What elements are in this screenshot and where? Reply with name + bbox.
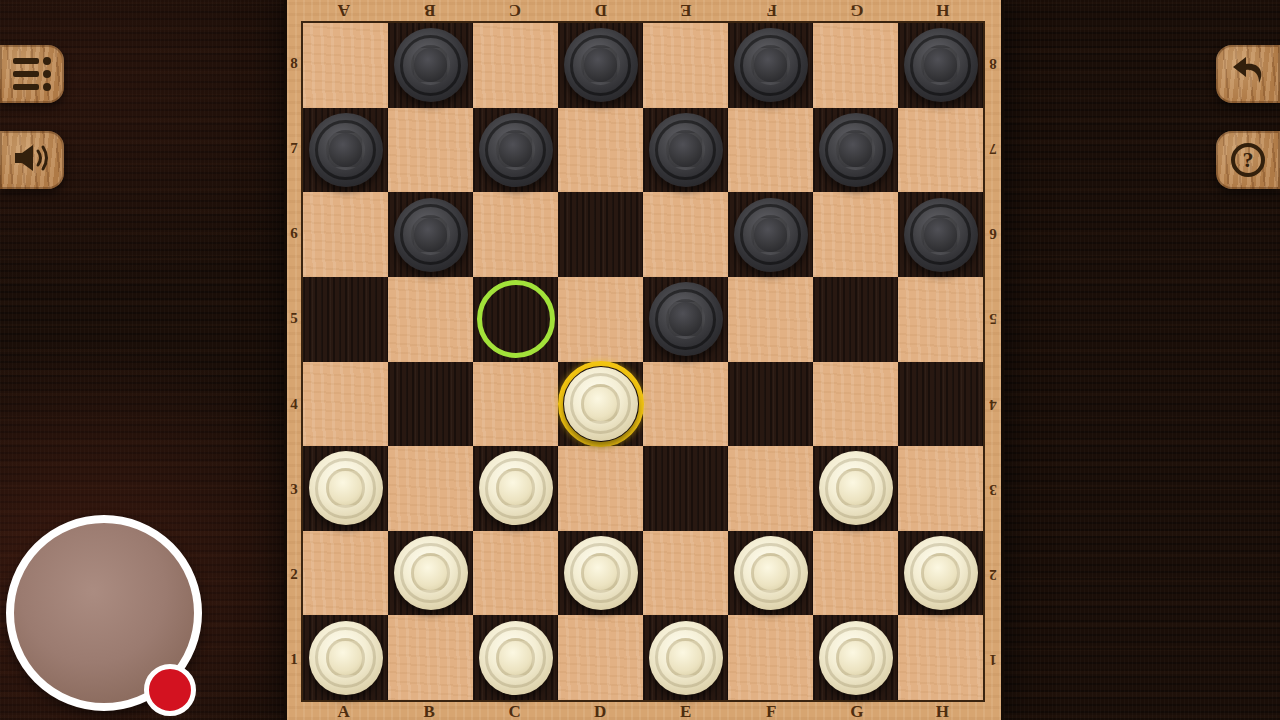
white-checker[interactable] [309, 621, 383, 695]
square-g1[interactable] [813, 615, 898, 700]
white-checker[interactable] [564, 367, 638, 441]
square-g3[interactable] [813, 446, 898, 531]
square-f1[interactable] [728, 615, 813, 700]
square-g5[interactable] [813, 277, 898, 362]
square-e8[interactable] [643, 23, 728, 108]
square-a2[interactable] [303, 531, 388, 616]
square-f4[interactable] [728, 362, 813, 447]
square-b3[interactable] [388, 446, 473, 531]
black-checker[interactable] [734, 198, 808, 272]
coordinate-label: H [900, 703, 986, 720]
coordinate-label: 8 [985, 21, 1001, 106]
square-g4[interactable] [813, 362, 898, 447]
square-c2[interactable] [473, 531, 558, 616]
black-checker[interactable] [394, 28, 468, 102]
square-a5[interactable] [303, 277, 388, 362]
square-f8[interactable] [728, 23, 813, 108]
help-button[interactable]: ? [1216, 131, 1280, 189]
square-a4[interactable] [303, 362, 388, 447]
sound-button[interactable] [0, 131, 64, 189]
white-checker[interactable] [734, 536, 808, 610]
black-checker[interactable] [649, 282, 723, 356]
file-labels-bottom: ABCDEFGH [301, 703, 985, 720]
square-h5[interactable] [898, 277, 983, 362]
coordinate-label: E [643, 703, 729, 720]
coordinate-label: G [814, 0, 900, 21]
coordinate-label: C [472, 0, 558, 21]
square-g7[interactable] [813, 108, 898, 193]
coordinate-label: 4 [985, 362, 1001, 447]
white-checker[interactable] [309, 451, 383, 525]
square-h7[interactable] [898, 108, 983, 193]
coordinate-label: B [387, 703, 473, 720]
undo-button[interactable] [1216, 45, 1280, 103]
black-checker[interactable] [479, 113, 553, 187]
square-c5[interactable] [473, 277, 558, 362]
square-b4[interactable] [388, 362, 473, 447]
move-target-circle[interactable] [477, 280, 555, 358]
coordinate-label: 5 [287, 276, 301, 361]
square-e6[interactable] [643, 192, 728, 277]
white-checker[interactable] [819, 621, 893, 695]
checkers-board: ABCDEFGH 87654321 87654321 ABCDEFGH [284, 0, 1004, 720]
coordinate-label: 1 [287, 617, 301, 702]
file-labels-top: ABCDEFGH [301, 0, 985, 21]
coordinate-label: G [814, 703, 900, 720]
white-checker[interactable] [479, 451, 553, 525]
square-c6[interactable] [473, 192, 558, 277]
white-checker[interactable] [819, 451, 893, 525]
black-checker[interactable] [564, 28, 638, 102]
black-checker[interactable] [904, 198, 978, 272]
square-a7[interactable] [303, 108, 388, 193]
coordinate-label: 2 [287, 532, 301, 617]
menu-list-icon [13, 57, 51, 91]
square-d8[interactable] [558, 23, 643, 108]
coordinate-label: 4 [287, 362, 301, 447]
black-checker[interactable] [819, 113, 893, 187]
coordinate-label: 6 [287, 191, 301, 276]
square-g2[interactable] [813, 531, 898, 616]
square-a8[interactable] [303, 23, 388, 108]
coordinate-label: D [558, 0, 644, 21]
menu-button[interactable] [0, 45, 64, 103]
square-c4[interactable] [473, 362, 558, 447]
coordinate-label: E [643, 0, 729, 21]
coordinate-label: 5 [985, 276, 1001, 361]
square-b1[interactable] [388, 615, 473, 700]
square-b5[interactable] [388, 277, 473, 362]
black-checker[interactable] [649, 113, 723, 187]
rank-labels-right: 87654321 [985, 21, 1001, 702]
square-h1[interactable] [898, 615, 983, 700]
black-checker[interactable] [394, 198, 468, 272]
square-d1[interactable] [558, 615, 643, 700]
square-f7[interactable] [728, 108, 813, 193]
coordinate-label: B [387, 0, 473, 21]
coordinate-label: 3 [985, 447, 1001, 532]
white-checker[interactable] [904, 536, 978, 610]
white-checker[interactable] [649, 621, 723, 695]
square-a1[interactable] [303, 615, 388, 700]
square-a6[interactable] [303, 192, 388, 277]
square-d3[interactable] [558, 446, 643, 531]
square-d2[interactable] [558, 531, 643, 616]
square-e3[interactable] [643, 446, 728, 531]
coordinate-label: 2 [985, 532, 1001, 617]
square-c8[interactable] [473, 23, 558, 108]
undo-arrow-icon [1229, 55, 1267, 93]
coordinate-label: C [472, 703, 558, 720]
square-a3[interactable] [303, 446, 388, 531]
square-b6[interactable] [388, 192, 473, 277]
square-f5[interactable] [728, 277, 813, 362]
coordinate-label: F [729, 0, 815, 21]
square-h4[interactable] [898, 362, 983, 447]
square-b2[interactable] [388, 531, 473, 616]
black-checker[interactable] [734, 28, 808, 102]
white-checker[interactable] [479, 621, 553, 695]
square-g8[interactable] [813, 23, 898, 108]
black-checker[interactable] [309, 113, 383, 187]
coordinate-label: A [301, 0, 387, 21]
coordinate-label: 1 [985, 617, 1001, 702]
coordinate-label: 7 [287, 106, 301, 191]
speaker-icon [12, 142, 52, 178]
square-b8[interactable] [388, 23, 473, 108]
player-status-dot [144, 664, 196, 716]
square-f3[interactable] [728, 446, 813, 531]
square-h6[interactable] [898, 192, 983, 277]
rank-labels-left: 87654321 [287, 21, 301, 702]
board-grid [301, 21, 985, 702]
coordinate-label: H [900, 0, 986, 21]
coordinate-label: F [729, 703, 815, 720]
square-e5[interactable] [643, 277, 728, 362]
white-checker[interactable] [394, 536, 468, 610]
square-e1[interactable] [643, 615, 728, 700]
coordinate-label: A [301, 703, 387, 720]
square-c3[interactable] [473, 446, 558, 531]
white-checker[interactable] [564, 536, 638, 610]
coordinate-label: 7 [985, 106, 1001, 191]
black-checker[interactable] [904, 28, 978, 102]
square-e4[interactable] [643, 362, 728, 447]
coordinate-label: 3 [287, 447, 301, 532]
square-f6[interactable] [728, 192, 813, 277]
square-h3[interactable] [898, 446, 983, 531]
square-c7[interactable] [473, 108, 558, 193]
square-e7[interactable] [643, 108, 728, 193]
square-e2[interactable] [643, 531, 728, 616]
square-d4[interactable] [558, 362, 643, 447]
square-d7[interactable] [558, 108, 643, 193]
square-h8[interactable] [898, 23, 983, 108]
square-c1[interactable] [473, 615, 558, 700]
square-h2[interactable] [898, 531, 983, 616]
square-d6[interactable] [558, 192, 643, 277]
coordinate-label: 6 [985, 191, 1001, 276]
square-d5[interactable] [558, 277, 643, 362]
square-f2[interactable] [728, 531, 813, 616]
coordinate-label: D [558, 703, 644, 720]
square-b7[interactable] [388, 108, 473, 193]
square-g6[interactable] [813, 192, 898, 277]
coordinate-label: 8 [287, 21, 301, 106]
question-mark-icon: ? [1231, 143, 1265, 177]
